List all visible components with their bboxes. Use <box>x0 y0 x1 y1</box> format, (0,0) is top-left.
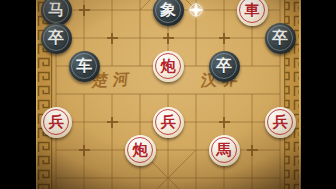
piece-red-cannon[interactable]: 炮 <box>153 51 184 82</box>
piece-character: 卒 <box>48 30 64 46</box>
piece-black-elephant[interactable]: 象 <box>153 0 184 26</box>
piece-character: 炮 <box>133 143 148 158</box>
board-grid <box>36 0 301 189</box>
piece-character: 馬 <box>217 143 232 158</box>
piece-red-chariot[interactable]: 車 <box>237 0 268 26</box>
piece-red-cannon[interactable]: 炮 <box>125 135 156 166</box>
piece-black-soldier[interactable]: 卒 <box>209 51 240 82</box>
piece-black-horse[interactable]: 马 <box>41 0 72 26</box>
point-marker <box>219 33 230 44</box>
point-marker <box>107 117 118 128</box>
piece-character: 马 <box>48 2 64 18</box>
xiangqi-board[interactable]: 楚河 汉界 马象車卒卒车炮卒兵兵兵炮馬 <box>36 0 301 189</box>
piece-character: 卒 <box>272 30 288 46</box>
last-move-sparkle <box>186 0 206 20</box>
piece-character: 兵 <box>161 115 176 130</box>
piece-red-horse[interactable]: 馬 <box>209 135 240 166</box>
piece-character: 車 <box>245 3 260 18</box>
piece-character: 兵 <box>49 115 64 130</box>
piece-black-soldier[interactable]: 卒 <box>265 23 296 54</box>
piece-character: 象 <box>160 2 176 18</box>
point-marker <box>79 145 90 156</box>
piece-character: 卒 <box>216 58 232 74</box>
piece-character: 兵 <box>273 115 288 130</box>
piece-character: 炮 <box>161 59 176 74</box>
piece-red-soldier[interactable]: 兵 <box>265 107 296 138</box>
piece-character: 车 <box>76 58 92 74</box>
point-marker <box>107 33 118 44</box>
game-frame: 楚河 汉界 马象車卒卒车炮卒兵兵兵炮馬 <box>0 0 336 189</box>
point-marker <box>79 5 90 16</box>
piece-black-chariot[interactable]: 车 <box>69 51 100 82</box>
piece-black-soldier[interactable]: 卒 <box>41 23 72 54</box>
point-marker <box>219 117 230 128</box>
point-marker <box>247 145 258 156</box>
piece-red-soldier[interactable]: 兵 <box>41 107 72 138</box>
grid-lines <box>56 0 280 189</box>
point-marker <box>163 33 174 44</box>
piece-red-soldier[interactable]: 兵 <box>153 107 184 138</box>
